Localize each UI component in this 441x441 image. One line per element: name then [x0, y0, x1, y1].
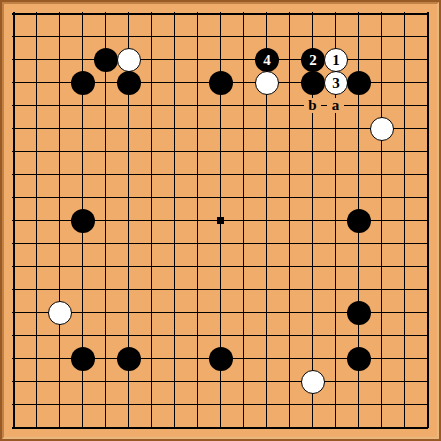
grid-line-vertical: [381, 12, 382, 428]
diagram: 4213ba: [0, 0, 441, 441]
black-stone: [117, 347, 141, 371]
black-stone: [71, 347, 95, 371]
grid-line-horizontal: [12, 404, 428, 405]
white-stone: [301, 370, 325, 394]
white-stone-move-3: 3: [324, 71, 348, 95]
grid-line-horizontal: [12, 381, 428, 382]
white-stone: [117, 48, 141, 72]
grid-line-vertical: [243, 12, 244, 428]
black-stone-move-2: 2: [301, 48, 325, 72]
black-stone: [347, 301, 371, 325]
label-a: a: [327, 98, 344, 113]
black-stone: [301, 71, 325, 95]
black-stone: [347, 71, 371, 95]
grid-line-horizontal: [12, 427, 428, 429]
black-stone: [209, 71, 233, 95]
grid-line-vertical: [427, 12, 429, 428]
black-stone: [347, 209, 371, 233]
star-point: [217, 217, 224, 224]
grid-line-horizontal: [12, 335, 428, 336]
white-stone-move-1: 1: [324, 48, 348, 72]
black-stone: [71, 71, 95, 95]
go-board: 4213ba: [0, 0, 441, 441]
black-stone: [71, 209, 95, 233]
black-stone-move-4: 4: [255, 48, 279, 72]
label-b: b: [304, 98, 321, 113]
white-stone: [255, 71, 279, 95]
black-stone: [209, 347, 233, 371]
black-stone: [347, 347, 371, 371]
grid-line-horizontal: [12, 243, 428, 244]
black-stone: [94, 48, 118, 72]
black-stone: [117, 71, 141, 95]
grid-line-horizontal: [12, 289, 428, 290]
white-stone: [370, 117, 394, 141]
grid-line-horizontal: [12, 266, 428, 267]
white-stone: [48, 301, 72, 325]
grid-line-vertical: [404, 12, 405, 428]
grid-line-vertical: [289, 12, 290, 428]
